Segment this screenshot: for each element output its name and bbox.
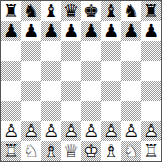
piece-white-pawn-c2[interactable]: ♙ — [41, 121, 61, 141]
square-d5[interactable] — [61, 61, 81, 81]
piece-white-bishop-c1[interactable]: ♗ — [41, 141, 61, 161]
square-e1[interactable]: ♔ — [81, 141, 101, 161]
square-h2[interactable]: ♙ — [141, 121, 161, 141]
square-d1[interactable]: ♕ — [61, 141, 81, 161]
piece-white-bishop-f1[interactable]: ♗ — [101, 141, 121, 161]
piece-black-pawn-c7[interactable]: ♟ — [41, 21, 61, 41]
piece-white-pawn-f2[interactable]: ♙ — [101, 121, 121, 141]
piece-black-pawn-d7[interactable]: ♟ — [61, 21, 81, 41]
piece-black-pawn-b7[interactable]: ♟ — [21, 21, 41, 41]
square-g5[interactable] — [121, 61, 141, 81]
square-h4[interactable] — [141, 81, 161, 101]
square-e5[interactable] — [81, 61, 101, 81]
piece-white-pawn-b2[interactable]: ♙ — [21, 121, 41, 141]
square-a8[interactable]: ♜ — [1, 1, 21, 21]
square-a7[interactable]: ♟ — [1, 21, 21, 41]
square-h3[interactable] — [141, 101, 161, 121]
square-b2[interactable]: ♙ — [21, 121, 41, 141]
piece-black-king-e8[interactable]: ♚ — [81, 1, 101, 21]
square-b8[interactable]: ♞ — [21, 1, 41, 21]
square-b3[interactable] — [21, 101, 41, 121]
square-a1[interactable]: ♖ — [1, 141, 21, 161]
square-d3[interactable] — [61, 101, 81, 121]
piece-white-pawn-e2[interactable]: ♙ — [81, 121, 101, 141]
square-h1[interactable]: ♖ — [141, 141, 161, 161]
piece-white-rook-a1[interactable]: ♖ — [1, 141, 21, 161]
piece-white-pawn-d2[interactable]: ♙ — [61, 121, 81, 141]
piece-white-pawn-g2[interactable]: ♙ — [121, 121, 141, 141]
square-g7[interactable]: ♟ — [121, 21, 141, 41]
square-e4[interactable] — [81, 81, 101, 101]
square-c8[interactable]: ♝ — [41, 1, 61, 21]
square-h6[interactable] — [141, 41, 161, 61]
square-a6[interactable] — [1, 41, 21, 61]
chess-board: ♜♞♝♛♚♝♞♜♟♟♟♟♟♟♟♟♙♙♙♙♙♙♙♙♖♘♗♕♔♗♘♖ — [0, 0, 162, 162]
piece-white-king-e1[interactable]: ♔ — [81, 141, 101, 161]
square-c6[interactable] — [41, 41, 61, 61]
square-g6[interactable] — [121, 41, 141, 61]
square-e2[interactable]: ♙ — [81, 121, 101, 141]
square-a4[interactable] — [1, 81, 21, 101]
square-g3[interactable] — [121, 101, 141, 121]
square-h5[interactable] — [141, 61, 161, 81]
square-f4[interactable] — [101, 81, 121, 101]
square-c4[interactable] — [41, 81, 61, 101]
piece-black-pawn-e7[interactable]: ♟ — [81, 21, 101, 41]
piece-black-pawn-g7[interactable]: ♟ — [121, 21, 141, 41]
square-c7[interactable]: ♟ — [41, 21, 61, 41]
piece-black-pawn-h7[interactable]: ♟ — [141, 21, 161, 41]
piece-black-bishop-c8[interactable]: ♝ — [41, 1, 61, 21]
piece-white-knight-b1[interactable]: ♘ — [21, 141, 41, 161]
square-d4[interactable] — [61, 81, 81, 101]
square-f2[interactable]: ♙ — [101, 121, 121, 141]
square-e3[interactable] — [81, 101, 101, 121]
square-h7[interactable]: ♟ — [141, 21, 161, 41]
piece-black-rook-a8[interactable]: ♜ — [1, 1, 21, 21]
piece-white-pawn-a2[interactable]: ♙ — [1, 121, 21, 141]
square-f5[interactable] — [101, 61, 121, 81]
square-g8[interactable]: ♞ — [121, 1, 141, 21]
piece-black-knight-b8[interactable]: ♞ — [21, 1, 41, 21]
square-d2[interactable]: ♙ — [61, 121, 81, 141]
piece-white-queen-d1[interactable]: ♕ — [61, 141, 81, 161]
square-g4[interactable] — [121, 81, 141, 101]
square-f6[interactable] — [101, 41, 121, 61]
square-b5[interactable] — [21, 61, 41, 81]
piece-white-rook-h1[interactable]: ♖ — [141, 141, 161, 161]
square-e6[interactable] — [81, 41, 101, 61]
square-b1[interactable]: ♘ — [21, 141, 41, 161]
square-c2[interactable]: ♙ — [41, 121, 61, 141]
square-c3[interactable] — [41, 101, 61, 121]
piece-black-pawn-a7[interactable]: ♟ — [1, 21, 21, 41]
piece-black-pawn-f7[interactable]: ♟ — [101, 21, 121, 41]
square-c1[interactable]: ♗ — [41, 141, 61, 161]
square-f1[interactable]: ♗ — [101, 141, 121, 161]
square-d6[interactable] — [61, 41, 81, 61]
square-f7[interactable]: ♟ — [101, 21, 121, 41]
square-g1[interactable]: ♘ — [121, 141, 141, 161]
square-h8[interactable]: ♜ — [141, 1, 161, 21]
piece-white-knight-g1[interactable]: ♘ — [121, 141, 141, 161]
square-f8[interactable]: ♝ — [101, 1, 121, 21]
square-e7[interactable]: ♟ — [81, 21, 101, 41]
square-a5[interactable] — [1, 61, 21, 81]
piece-black-knight-g8[interactable]: ♞ — [121, 1, 141, 21]
square-a2[interactable]: ♙ — [1, 121, 21, 141]
square-d8[interactable]: ♛ — [61, 1, 81, 21]
piece-black-bishop-f8[interactable]: ♝ — [101, 1, 121, 21]
piece-black-rook-h8[interactable]: ♜ — [141, 1, 161, 21]
square-g2[interactable]: ♙ — [121, 121, 141, 141]
piece-black-queen-d8[interactable]: ♛ — [61, 1, 81, 21]
square-b6[interactable] — [21, 41, 41, 61]
piece-white-pawn-h2[interactable]: ♙ — [141, 121, 161, 141]
square-a3[interactable] — [1, 101, 21, 121]
square-d7[interactable]: ♟ — [61, 21, 81, 41]
square-b4[interactable] — [21, 81, 41, 101]
square-e8[interactable]: ♚ — [81, 1, 101, 21]
square-f3[interactable] — [101, 101, 121, 121]
square-c5[interactable] — [41, 61, 61, 81]
square-b7[interactable]: ♟ — [21, 21, 41, 41]
